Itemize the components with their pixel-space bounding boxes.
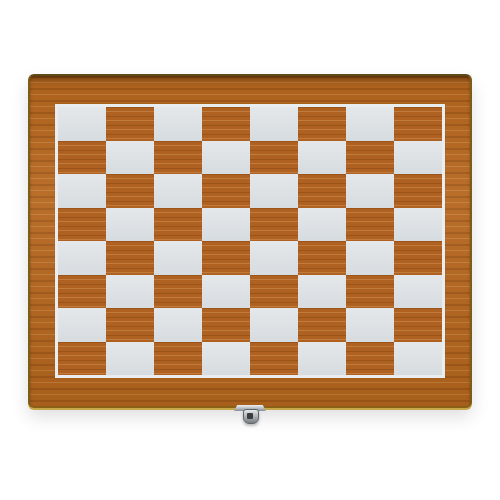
square-c3 xyxy=(154,275,202,309)
square-e5 xyxy=(250,208,298,242)
square-g8 xyxy=(346,107,394,141)
square-c1 xyxy=(154,342,202,376)
square-h4 xyxy=(394,241,442,275)
square-d8 xyxy=(202,107,250,141)
square-g5 xyxy=(346,208,394,242)
square-a3 xyxy=(58,275,106,309)
square-e2 xyxy=(250,308,298,342)
square-b3 xyxy=(106,275,154,309)
square-b5 xyxy=(106,208,154,242)
square-e8 xyxy=(250,107,298,141)
square-f7 xyxy=(298,141,346,175)
square-a4 xyxy=(58,241,106,275)
square-d4 xyxy=(202,241,250,275)
square-c6 xyxy=(154,174,202,208)
square-h6 xyxy=(394,174,442,208)
square-b2 xyxy=(106,308,154,342)
square-c4 xyxy=(154,241,202,275)
square-e4 xyxy=(250,241,298,275)
square-a1 xyxy=(58,342,106,376)
square-f2 xyxy=(298,308,346,342)
square-d6 xyxy=(202,174,250,208)
square-h5 xyxy=(394,208,442,242)
square-d2 xyxy=(202,308,250,342)
square-h2 xyxy=(394,308,442,342)
square-d5 xyxy=(202,208,250,242)
square-g7 xyxy=(346,141,394,175)
square-d1 xyxy=(202,342,250,376)
product-photo xyxy=(0,0,500,500)
square-f4 xyxy=(298,241,346,275)
square-a8 xyxy=(58,107,106,141)
square-g1 xyxy=(346,342,394,376)
chessboard xyxy=(58,107,442,375)
square-f8 xyxy=(298,107,346,141)
square-h8 xyxy=(394,107,442,141)
square-e3 xyxy=(250,275,298,309)
square-g6 xyxy=(346,174,394,208)
square-d7 xyxy=(202,141,250,175)
square-h1 xyxy=(394,342,442,376)
square-f5 xyxy=(298,208,346,242)
square-h7 xyxy=(394,141,442,175)
metal-clasp xyxy=(234,403,266,426)
square-e1 xyxy=(250,342,298,376)
clasp-slot-icon xyxy=(247,413,253,419)
square-g2 xyxy=(346,308,394,342)
clasp-knob xyxy=(243,409,259,424)
square-b4 xyxy=(106,241,154,275)
square-c7 xyxy=(154,141,202,175)
square-b6 xyxy=(106,174,154,208)
square-g3 xyxy=(346,275,394,309)
square-b8 xyxy=(106,107,154,141)
square-g4 xyxy=(346,241,394,275)
square-a7 xyxy=(58,141,106,175)
square-f1 xyxy=(298,342,346,376)
square-b1 xyxy=(106,342,154,376)
square-e7 xyxy=(250,141,298,175)
square-f3 xyxy=(298,275,346,309)
square-h3 xyxy=(394,275,442,309)
wooden-box-lid xyxy=(28,74,472,408)
chessboard-frame xyxy=(55,104,445,378)
square-a5 xyxy=(58,208,106,242)
square-c5 xyxy=(154,208,202,242)
square-c8 xyxy=(154,107,202,141)
square-a6 xyxy=(58,174,106,208)
square-c2 xyxy=(154,308,202,342)
square-a2 xyxy=(58,308,106,342)
square-b7 xyxy=(106,141,154,175)
square-e6 xyxy=(250,174,298,208)
square-f6 xyxy=(298,174,346,208)
square-d3 xyxy=(202,275,250,309)
